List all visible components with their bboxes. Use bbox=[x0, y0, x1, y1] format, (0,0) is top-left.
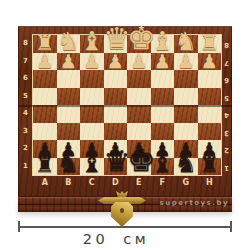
scale-tick-right bbox=[230, 221, 232, 232]
piece-black-bishop-c1: ♝ bbox=[80, 150, 104, 176]
piece-white-pawn-c7: ♟ bbox=[80, 52, 104, 71]
piece-black-rook-h1: ♜ bbox=[198, 154, 222, 176]
board-fold-seam bbox=[18, 105, 232, 107]
rank-label: 8 bbox=[221, 35, 232, 53]
rank-label: 4 bbox=[221, 105, 232, 123]
piece-black-pawn-h2: ♟ bbox=[198, 140, 222, 159]
piece-white-pawn-e7: ♟ bbox=[127, 52, 151, 71]
rank-label: 8 bbox=[18, 35, 33, 53]
piece-black-pawn-f2: ♟ bbox=[151, 140, 175, 159]
file-label: E bbox=[127, 175, 151, 191]
file-label: C bbox=[80, 175, 104, 191]
product-photo: 8 7 6 5 4 3 2 1 8 7 6 5 4 3 2 1 ♜♞♝♛♚♝♞♜… bbox=[0, 0, 250, 250]
piece-white-rook-h8: ♜ bbox=[198, 32, 222, 54]
file-label: F bbox=[151, 175, 175, 191]
rank-label: 6 bbox=[221, 70, 232, 88]
file-label: B bbox=[57, 175, 81, 191]
piece-white-pawn-b7: ♟ bbox=[57, 52, 81, 71]
piece-white-bishop-c8: ♝ bbox=[80, 28, 104, 54]
piece-white-rook-a8: ♜ bbox=[33, 32, 57, 54]
piece-white-knight-b8: ♞ bbox=[57, 29, 81, 54]
piece-white-bishop-f8: ♝ bbox=[151, 28, 175, 54]
piece-black-pawn-e2: ♟ bbox=[127, 140, 151, 159]
piece-black-king-e1: ♚ bbox=[127, 144, 151, 176]
piece-black-bishop-f1: ♝ bbox=[151, 150, 175, 176]
piece-white-pawn-h7: ♟ bbox=[198, 52, 222, 71]
watermark-text: supertoys.by bbox=[160, 199, 229, 207]
piece-white-pawn-g7: ♟ bbox=[174, 52, 198, 71]
file-label: H bbox=[198, 175, 222, 191]
rank-label: 5 bbox=[221, 88, 232, 106]
piece-black-rook-a1: ♜ bbox=[33, 154, 57, 176]
file-labels: A B C D E F G H bbox=[33, 175, 221, 191]
board-lid-top: 8 7 6 5 4 3 2 1 8 7 6 5 4 3 2 1 ♜♞♝♛♚♝♞♜… bbox=[18, 26, 232, 197]
piece-black-pawn-a2: ♟ bbox=[33, 140, 57, 159]
rank-label: 1 bbox=[221, 158, 232, 176]
chess-box: 8 7 6 5 4 3 2 1 8 7 6 5 4 3 2 1 ♜♞♝♛♚♝♞♜… bbox=[18, 26, 232, 212]
piece-black-pawn-d2: ♟ bbox=[104, 140, 128, 159]
brass-latch bbox=[98, 190, 146, 228]
piece-black-pawn-b2: ♟ bbox=[57, 140, 81, 159]
latch-crown-icon bbox=[116, 191, 128, 197]
file-label: G bbox=[174, 175, 198, 191]
piece-white-knight-g8: ♞ bbox=[174, 29, 198, 54]
piece-black-knight-g1: ♞ bbox=[174, 151, 198, 176]
latch-shield-icon bbox=[111, 202, 133, 227]
rank-label: 2 bbox=[18, 140, 33, 158]
piece-white-queen-d8: ♛ bbox=[104, 24, 128, 54]
rank-label: 2 bbox=[221, 140, 232, 158]
piece-white-pawn-d7: ♟ bbox=[104, 52, 128, 71]
file-label: A bbox=[33, 175, 57, 191]
scale-label: 20 см bbox=[18, 231, 214, 247]
rank-label: 5 bbox=[18, 88, 33, 106]
piece-black-knight-b1: ♞ bbox=[57, 151, 81, 176]
piece-black-pawn-g2: ♟ bbox=[174, 140, 198, 159]
piece-black-pawn-c2: ♟ bbox=[80, 140, 104, 159]
latch-keyhole-icon bbox=[120, 208, 124, 213]
piece-white-pawn-a7: ♟ bbox=[33, 52, 57, 71]
piece-white-king-e8: ♚ bbox=[127, 22, 151, 54]
rank-label: 1 bbox=[18, 158, 33, 176]
rank-label: 3 bbox=[18, 123, 33, 141]
rank-label: 4 bbox=[18, 105, 33, 123]
rank-label: 3 bbox=[221, 123, 232, 141]
rank-label: 7 bbox=[18, 53, 33, 71]
rank-label: 7 bbox=[221, 53, 232, 71]
file-label: D bbox=[104, 175, 128, 191]
rank-label: 6 bbox=[18, 70, 33, 88]
piece-black-queen-d1: ♛ bbox=[104, 146, 128, 176]
piece-white-pawn-f7: ♟ bbox=[151, 52, 175, 71]
